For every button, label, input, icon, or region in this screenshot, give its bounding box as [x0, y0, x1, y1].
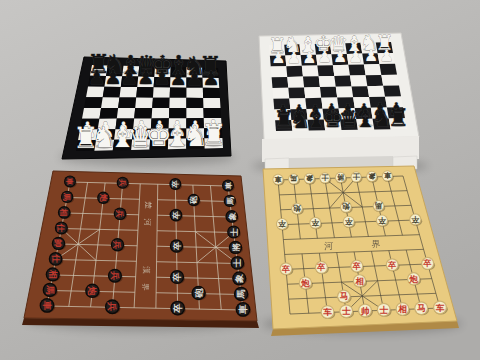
chess-square [320, 87, 337, 98]
xiangqi-piece-char: 馬 [374, 201, 383, 210]
xiangqi-piece-char: 象 [228, 212, 237, 221]
chess-square [350, 75, 367, 86]
chess-square [101, 97, 119, 108]
chess-square [118, 97, 136, 108]
xiangqi-piece-char: 象 [234, 274, 244, 284]
xiangqi-piece-char: 馬 [62, 192, 71, 201]
scene-svg: ♜♞♝♛♚♝♞♜♟♟♟♟♟♟♟♟♟♟♟♟♟♟♟♟♜♞♝♛♚♝♞♜ ♜♞♝♚♛♝♞… [0, 0, 480, 360]
xiangqi-piece-char: 帅 [360, 306, 370, 316]
xiangqi-piece-char: 卒 [344, 217, 353, 226]
chess-board-black-frame: ♜♞♝♛♚♝♞♜♟♟♟♟♟♟♟♟♟♟♟♟♟♟♟♟♜♞♝♛♚♝♞♜ [62, 49, 231, 159]
xiangqi-piece-char: 仕 [56, 223, 66, 233]
xiangqi-piece-char: 相 [59, 207, 68, 216]
xiangqi-piece-char: 相 [48, 269, 58, 279]
xiangqi-piece-char: 卒 [423, 258, 432, 268]
xiangqi-piece-char: 馬 [290, 174, 298, 182]
xiangqi-piece-char: 車 [42, 300, 53, 311]
chess-square [379, 64, 397, 75]
chess-piece: ♟ [137, 66, 155, 89]
chess-square [271, 66, 288, 77]
xiangqi-board-dark-wood: 楚河漢界車馬象士將士象馬車砲砲卒卒卒卒卒兵兵兵兵兵炮炮車馬相仕帥仕相馬車 [22, 171, 259, 328]
chess-square [367, 86, 385, 97]
river-inscription: 界 [371, 239, 380, 249]
xiangqi-piece-char: 卒 [311, 218, 320, 227]
xiangqi-piece-char: 卒 [316, 262, 325, 272]
xiangqi-piece-char: 卒 [278, 219, 287, 228]
chess-square [287, 77, 304, 88]
chess-square [348, 64, 365, 75]
chess-square [336, 86, 353, 97]
xiangqi-piece-char: 卒 [172, 272, 182, 281]
chess-square [334, 76, 351, 87]
xiangqi-piece-char: 卒 [171, 180, 180, 189]
product-render-scene: ♜♞♝♛♚♝♞♜♟♟♟♟♟♟♟♟♟♟♟♟♟♟♟♟♜♞♝♛♚♝♞♜ ♜♞♝♚♛♝♞… [0, 0, 480, 360]
chess-square [304, 87, 321, 98]
river-inscription: 漢 [142, 266, 151, 274]
xiangqi-piece-char: 象 [305, 174, 314, 182]
chess-square [135, 98, 153, 108]
chess-square [383, 86, 401, 97]
river-inscription: 河 [143, 218, 152, 226]
chess-piece: ♟ [364, 46, 378, 65]
chess-square [381, 75, 399, 86]
chess-piece: ♟ [121, 66, 139, 89]
river-inscription: 界 [141, 283, 150, 291]
chess-piece: ♟ [202, 67, 220, 90]
chess-square [303, 76, 320, 87]
xiangqi-piece-char: 將 [231, 243, 241, 252]
xiangqi-piece-char: 炮 [87, 285, 97, 296]
chess-piece: ♟ [170, 67, 188, 90]
xiangqi-piece-char: 砲 [189, 196, 198, 205]
river-inscription: 河 [324, 241, 333, 251]
xiangqi-piece-char: 士 [321, 173, 329, 182]
chess-piece: ♜ [388, 104, 410, 132]
xiangqi-piece-char: 马 [340, 291, 349, 301]
chess-square [152, 98, 169, 108]
xiangqi-piece-char: 炮 [300, 278, 310, 288]
chess-piece: ♟ [104, 66, 122, 89]
xiangqi-piece-char: 卒 [172, 303, 183, 314]
xiangqi-piece-char: 車 [65, 177, 74, 186]
chess-board-white-marble: ♜♞♝♚♛♝♞♜♟♟♟♟♟♟♟♟♟♟♟♟♟♟♟♟♜♞♝♚♛♝♞♜ [259, 31, 419, 172]
chess-square [203, 98, 220, 108]
chess-square [286, 66, 303, 77]
chess-square [272, 77, 289, 88]
chess-piece: ♟ [349, 47, 363, 66]
xiangqi-piece-char: 士 [379, 305, 388, 315]
chess-piece: ♜ [201, 118, 227, 152]
chess-square [302, 65, 319, 76]
chess-square [288, 87, 305, 98]
chess-piece: ♟ [287, 48, 301, 67]
xiangqi-piece-char: 仕 [51, 254, 61, 264]
chess-square [273, 88, 290, 99]
chess-piece: ♟ [318, 47, 332, 66]
chess-piece: ♟ [88, 66, 106, 89]
xiangqi-piece-char: 士 [232, 258, 242, 267]
xiangqi-piece-char: 兵 [107, 301, 118, 312]
chess-square [84, 97, 103, 108]
river-inscription: 楚 [144, 201, 153, 209]
xiangqi-piece-char: 相 [354, 276, 363, 286]
xiangqi-piece-char: 兵 [118, 179, 127, 187]
xiangqi-piece-char: 车 [322, 307, 332, 317]
xiangqi-piece-char: 車 [384, 171, 392, 179]
chess-square [364, 64, 381, 75]
xiangqi-piece-char: 兵 [110, 270, 120, 280]
chess-piece: ♟ [333, 47, 347, 66]
xiangqi-piece-char: 卒 [281, 264, 290, 274]
xiangqi-piece-char: 車 [224, 181, 233, 190]
xiangqi-piece-char: 卒 [352, 261, 361, 271]
xiangqi-piece-char: 马 [417, 303, 426, 313]
xiangqi-piece-char: 卒 [378, 216, 387, 225]
chess-piece: ♟ [380, 46, 394, 65]
xiangqi-piece-char: 車 [275, 175, 283, 183]
xiangqi-piece-char: 砲 [194, 288, 204, 299]
xiangqi-piece-char: 將 [337, 173, 345, 181]
chess-square [169, 98, 186, 108]
xiangqi-piece-char: 馬 [45, 284, 55, 294]
chess-square [186, 98, 203, 108]
chess-piece: ♟ [302, 48, 316, 67]
xiangqi-piece-char: 卒 [387, 260, 396, 270]
xiangqi-piece-char: 車 [237, 304, 248, 315]
chess-piece: ♟ [186, 67, 204, 90]
xiangqi-piece-char: 卒 [411, 215, 420, 224]
xiangqi-piece-char: 炮 [342, 202, 351, 211]
chess-square [366, 75, 384, 86]
chess-piece: ♟ [271, 48, 285, 67]
chess-square [317, 65, 334, 76]
xiangqi-piece-char: 馬 [226, 197, 235, 206]
chess-piece: ♟ [153, 66, 171, 89]
xiangqi-piece-char: 馬 [236, 289, 246, 299]
xiangqi-piece-char: 士 [229, 228, 239, 237]
xiangqi-piece-char: 士 [342, 306, 351, 316]
xiangqi-piece-char: 兵 [115, 210, 124, 218]
xiangqi-piece-char: 卒 [172, 211, 181, 220]
xiangqi-piece-char: 卒 [172, 241, 182, 250]
xiangqi-piece-char: 炮 [409, 274, 419, 284]
chess-square [319, 76, 336, 87]
xiangqi-piece-char: 炮 [293, 204, 302, 213]
chess-square [333, 65, 350, 76]
xiangqi-piece-char: 车 [435, 303, 445, 313]
xiangqi-piece-char: 士 [353, 172, 361, 181]
xiangqi-piece-char: 兵 [112, 240, 122, 250]
xiangqi-piece-char: 象 [367, 172, 376, 180]
xiangqi-piece-char: 相 [397, 304, 407, 314]
xiangqi-piece-char: 帥 [53, 239, 63, 247]
chess-square [352, 86, 370, 97]
xiangqi-piece-char: 炮 [99, 193, 108, 202]
